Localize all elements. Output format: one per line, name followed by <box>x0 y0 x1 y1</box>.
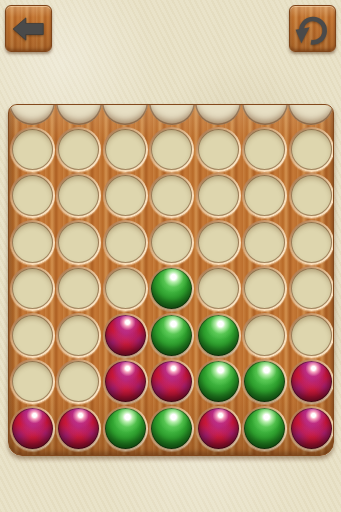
empty-hole <box>151 175 192 216</box>
empty-hole <box>58 268 99 309</box>
empty-hole <box>105 268 146 309</box>
hole-rim <box>242 359 287 404</box>
hole-rim <box>56 173 101 218</box>
hole-rim <box>10 406 55 451</box>
empty-hole <box>291 175 332 216</box>
board-cell-r5c7[interactable] <box>288 312 334 359</box>
empty-hole <box>291 315 332 356</box>
hole-rim <box>103 173 148 218</box>
hole-rim <box>149 266 194 311</box>
hole-rim <box>10 220 55 265</box>
red-ball <box>58 408 99 449</box>
board-cell-r1c5[interactable] <box>195 126 242 173</box>
board-cell-r7c3[interactable] <box>102 405 149 452</box>
board-cell-r5c1[interactable] <box>9 312 56 359</box>
hole-rim <box>149 220 194 265</box>
empty-hole <box>58 222 99 263</box>
board-cell-r4c5[interactable] <box>195 266 242 313</box>
hole-rim <box>289 313 334 358</box>
board-cell-r4c6[interactable] <box>242 266 289 313</box>
drop-notch <box>288 104 334 125</box>
board-cell-r7c4[interactable] <box>149 405 196 452</box>
board-cell-r2c3[interactable] <box>102 173 149 220</box>
game-board <box>8 104 334 456</box>
empty-hole <box>291 222 332 263</box>
board-cell-r1c1[interactable] <box>9 126 56 173</box>
board-cell-r5c3[interactable] <box>102 312 149 359</box>
red-ball <box>12 408 53 449</box>
empty-hole <box>105 129 146 170</box>
hole-rim <box>149 359 194 404</box>
empty-hole <box>58 315 99 356</box>
drop-notch <box>102 104 148 125</box>
board-cell-r4c2[interactable] <box>56 266 103 313</box>
board-cell-r1c4[interactable] <box>149 126 196 173</box>
empty-hole <box>244 175 285 216</box>
red-ball <box>151 361 192 402</box>
board-cell-r6c3[interactable] <box>102 359 149 406</box>
hole-rim <box>289 406 334 451</box>
hole-rim <box>10 173 55 218</box>
empty-hole <box>12 361 53 402</box>
green-ball <box>105 408 146 449</box>
board-cell-r4c3[interactable] <box>102 266 149 313</box>
board-cell-r7c7[interactable] <box>288 405 334 452</box>
hole-rim <box>289 359 334 404</box>
undo-button[interactable] <box>289 5 336 52</box>
green-ball <box>151 408 192 449</box>
hole-rim <box>10 266 55 311</box>
empty-hole <box>105 175 146 216</box>
board-cell-r3c4[interactable] <box>149 219 196 266</box>
board-cell-r3c3[interactable] <box>102 219 149 266</box>
board-cell-r5c6[interactable] <box>242 312 289 359</box>
hole-rim <box>10 313 55 358</box>
board-cell-r1c3[interactable] <box>102 126 149 173</box>
hole-rim <box>196 220 241 265</box>
green-ball <box>244 408 285 449</box>
board-cell-r4c7[interactable] <box>288 266 334 313</box>
hole-rim <box>103 127 148 172</box>
hole-rim <box>196 266 241 311</box>
hole-rim <box>242 406 287 451</box>
empty-hole <box>58 361 99 402</box>
hole-rim <box>103 313 148 358</box>
empty-hole <box>58 175 99 216</box>
board-cell-r2c5[interactable] <box>195 173 242 220</box>
empty-hole <box>244 315 285 356</box>
board-cell-r1c2[interactable] <box>56 126 103 173</box>
board-cell-r1c7[interactable] <box>288 126 334 173</box>
board-cell-r7c5[interactable] <box>195 405 242 452</box>
left-arrow-icon <box>10 10 48 48</box>
board-cell-r1c6[interactable] <box>242 126 289 173</box>
green-ball <box>198 361 239 402</box>
hole-rim <box>103 266 148 311</box>
hole-rim <box>242 266 287 311</box>
red-ball <box>105 315 146 356</box>
hole-rim <box>56 266 101 311</box>
hole-rim <box>149 127 194 172</box>
green-ball <box>151 315 192 356</box>
red-ball <box>291 361 332 402</box>
empty-hole <box>291 129 332 170</box>
board-cell-r2c4[interactable] <box>149 173 196 220</box>
empty-hole <box>244 222 285 263</box>
hole-rim <box>289 127 334 172</box>
board-cell-r4c1[interactable] <box>9 266 56 313</box>
empty-hole <box>198 268 239 309</box>
hole-rim <box>196 127 241 172</box>
red-ball <box>198 408 239 449</box>
hole-rim <box>242 173 287 218</box>
board-cell-r6c1[interactable] <box>9 359 56 406</box>
empty-hole <box>151 129 192 170</box>
hole-rim <box>103 406 148 451</box>
hole-rim <box>56 220 101 265</box>
empty-hole <box>198 175 239 216</box>
empty-hole <box>244 268 285 309</box>
hole-rim <box>149 313 194 358</box>
board-cell-r4c4[interactable] <box>149 266 196 313</box>
board-cell-r6c2[interactable] <box>56 359 103 406</box>
board-cell-r2c7[interactable] <box>288 173 334 220</box>
board-cell-r5c2[interactable] <box>56 312 103 359</box>
hole-rim <box>289 266 334 311</box>
empty-hole <box>58 129 99 170</box>
game-screen <box>0 0 341 512</box>
drop-notch <box>149 104 195 125</box>
empty-hole <box>198 129 239 170</box>
hole-rim <box>242 313 287 358</box>
board-cell-r2c6[interactable] <box>242 173 289 220</box>
green-ball <box>198 315 239 356</box>
board-cell-r5c5[interactable] <box>195 312 242 359</box>
hole-rim <box>103 220 148 265</box>
undo-rotate-icon <box>293 9 333 49</box>
board-cell-r2c1[interactable] <box>9 173 56 220</box>
board-cell-r6c4[interactable] <box>149 359 196 406</box>
hole-rim <box>196 406 241 451</box>
empty-hole <box>12 315 53 356</box>
hole-rim <box>196 173 241 218</box>
empty-hole <box>151 222 192 263</box>
hole-rim <box>242 220 287 265</box>
empty-hole <box>12 222 53 263</box>
empty-hole <box>291 268 332 309</box>
drop-notch <box>56 104 102 125</box>
drop-notch <box>195 104 241 125</box>
hole-rim <box>196 313 241 358</box>
board-grid <box>9 126 334 452</box>
hole-rim <box>289 220 334 265</box>
green-ball <box>244 361 285 402</box>
hole-rim <box>10 127 55 172</box>
empty-hole <box>12 268 53 309</box>
board-cell-r5c4[interactable] <box>149 312 196 359</box>
board-cell-r3c1[interactable] <box>9 219 56 266</box>
empty-hole <box>105 222 146 263</box>
empty-hole <box>12 129 53 170</box>
board-cell-r3c6[interactable] <box>242 219 289 266</box>
back-button[interactable] <box>5 5 52 52</box>
green-ball <box>151 268 192 309</box>
drop-notch <box>9 104 55 125</box>
hole-rim <box>196 359 241 404</box>
empty-hole <box>198 222 239 263</box>
board-cell-r6c5[interactable] <box>195 359 242 406</box>
hole-rim <box>56 359 101 404</box>
empty-hole <box>12 175 53 216</box>
board-cell-r7c2[interactable] <box>56 405 103 452</box>
board-cell-r7c1[interactable] <box>9 405 56 452</box>
board-cell-r3c7[interactable] <box>288 219 334 266</box>
board-cell-r6c7[interactable] <box>288 359 334 406</box>
hole-rim <box>149 173 194 218</box>
hole-rim <box>56 406 101 451</box>
board-cell-r3c5[interactable] <box>195 219 242 266</box>
red-ball <box>291 408 332 449</box>
board-cell-r2c2[interactable] <box>56 173 103 220</box>
drop-notch <box>242 104 288 125</box>
board-cell-r6c6[interactable] <box>242 359 289 406</box>
hole-rim <box>10 359 55 404</box>
hole-rim <box>289 173 334 218</box>
hole-rim <box>56 313 101 358</box>
hole-rim <box>103 359 148 404</box>
board-cell-r3c2[interactable] <box>56 219 103 266</box>
hole-rim <box>56 127 101 172</box>
hole-rim <box>149 406 194 451</box>
board-cell-r7c6[interactable] <box>242 405 289 452</box>
hole-rim <box>242 127 287 172</box>
red-ball <box>105 361 146 402</box>
empty-hole <box>244 129 285 170</box>
